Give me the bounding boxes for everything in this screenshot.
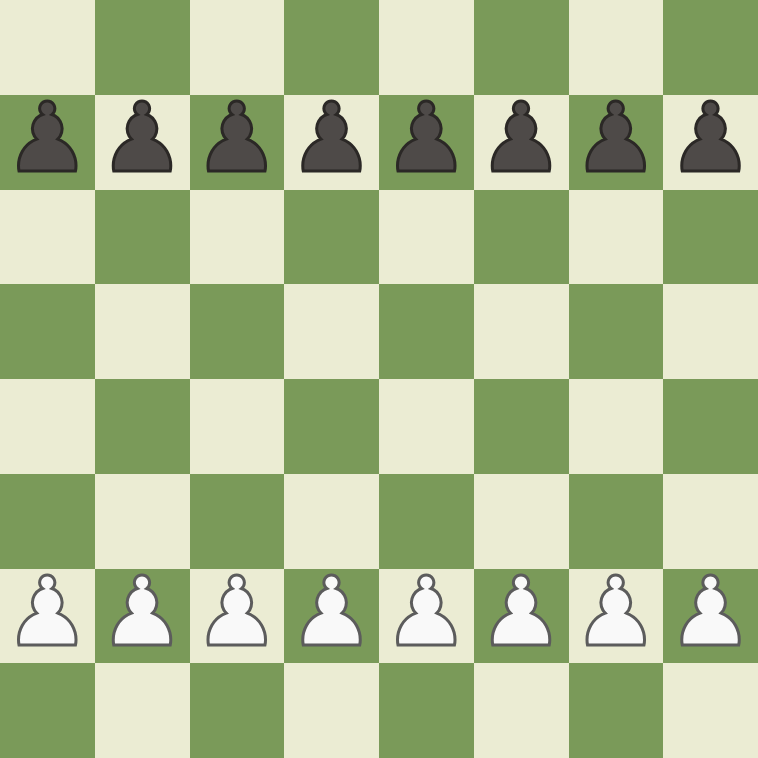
square-b7[interactable]: ♟ [95, 95, 190, 190]
square-f8[interactable] [474, 0, 569, 95]
square-a3[interactable] [0, 474, 95, 569]
square-c5[interactable] [190, 284, 285, 379]
white-pawn[interactable]: ♟ [4, 565, 90, 659]
white-pawn[interactable]: ♟ [668, 565, 754, 659]
square-f2[interactable]: ♟ [474, 569, 569, 664]
square-h8[interactable] [663, 0, 758, 95]
square-h3[interactable] [663, 474, 758, 569]
white-pawn[interactable]: ♟ [573, 565, 659, 659]
square-b3[interactable] [95, 474, 190, 569]
black-pawn[interactable]: ♟ [289, 91, 375, 185]
square-d6[interactable] [284, 190, 379, 285]
square-a1[interactable] [0, 663, 95, 758]
square-b6[interactable] [95, 190, 190, 285]
square-e2[interactable]: ♟ [379, 569, 474, 664]
chess-board: ♟♟♟♟♟♟♟♟♟♟♟♟♟♟♟♟ [0, 0, 758, 758]
square-a4[interactable] [0, 379, 95, 474]
white-pawn[interactable]: ♟ [383, 565, 469, 659]
square-f1[interactable] [474, 663, 569, 758]
square-f5[interactable] [474, 284, 569, 379]
black-pawn[interactable]: ♟ [99, 91, 185, 185]
square-c8[interactable] [190, 0, 285, 95]
square-g2[interactable]: ♟ [569, 569, 664, 664]
square-c2[interactable]: ♟ [190, 569, 285, 664]
square-g7[interactable]: ♟ [569, 95, 664, 190]
square-h4[interactable] [663, 379, 758, 474]
square-b4[interactable] [95, 379, 190, 474]
square-e4[interactable] [379, 379, 474, 474]
square-b1[interactable] [95, 663, 190, 758]
square-h2[interactable]: ♟ [663, 569, 758, 664]
square-c3[interactable] [190, 474, 285, 569]
square-e7[interactable]: ♟ [379, 95, 474, 190]
square-a6[interactable] [0, 190, 95, 285]
white-pawn[interactable]: ♟ [99, 565, 185, 659]
square-d4[interactable] [284, 379, 379, 474]
square-b8[interactable] [95, 0, 190, 95]
white-pawn[interactable]: ♟ [194, 565, 280, 659]
black-pawn[interactable]: ♟ [194, 91, 280, 185]
square-e5[interactable] [379, 284, 474, 379]
white-pawn[interactable]: ♟ [478, 565, 564, 659]
square-h5[interactable] [663, 284, 758, 379]
square-a5[interactable] [0, 284, 95, 379]
square-a8[interactable] [0, 0, 95, 95]
square-f3[interactable] [474, 474, 569, 569]
square-g8[interactable] [569, 0, 664, 95]
square-e3[interactable] [379, 474, 474, 569]
square-d7[interactable]: ♟ [284, 95, 379, 190]
black-pawn[interactable]: ♟ [4, 91, 90, 185]
square-g4[interactable] [569, 379, 664, 474]
square-a2[interactable]: ♟ [0, 569, 95, 664]
black-pawn[interactable]: ♟ [668, 91, 754, 185]
square-c6[interactable] [190, 190, 285, 285]
black-pawn[interactable]: ♟ [383, 91, 469, 185]
square-h7[interactable]: ♟ [663, 95, 758, 190]
black-pawn[interactable]: ♟ [573, 91, 659, 185]
square-e6[interactable] [379, 190, 474, 285]
square-d1[interactable] [284, 663, 379, 758]
square-c1[interactable] [190, 663, 285, 758]
square-g1[interactable] [569, 663, 664, 758]
square-g5[interactable] [569, 284, 664, 379]
square-c4[interactable] [190, 379, 285, 474]
square-d3[interactable] [284, 474, 379, 569]
white-pawn[interactable]: ♟ [289, 565, 375, 659]
square-g6[interactable] [569, 190, 664, 285]
square-d8[interactable] [284, 0, 379, 95]
square-c7[interactable]: ♟ [190, 95, 285, 190]
square-f6[interactable] [474, 190, 569, 285]
black-pawn[interactable]: ♟ [478, 91, 564, 185]
square-d2[interactable]: ♟ [284, 569, 379, 664]
square-e8[interactable] [379, 0, 474, 95]
square-d5[interactable] [284, 284, 379, 379]
square-h6[interactable] [663, 190, 758, 285]
square-b2[interactable]: ♟ [95, 569, 190, 664]
square-h1[interactable] [663, 663, 758, 758]
square-e1[interactable] [379, 663, 474, 758]
square-f4[interactable] [474, 379, 569, 474]
square-f7[interactable]: ♟ [474, 95, 569, 190]
square-a7[interactable]: ♟ [0, 95, 95, 190]
square-g3[interactable] [569, 474, 664, 569]
square-b5[interactable] [95, 284, 190, 379]
